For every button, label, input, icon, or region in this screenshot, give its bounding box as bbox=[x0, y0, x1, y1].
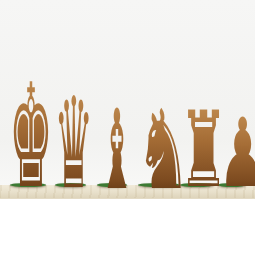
chess-set-photo: ♚ ♛ ♝ ♞ ♜ ♟ bbox=[0, 0, 255, 255]
pawn-piece: ♟ bbox=[218, 107, 255, 202]
queen-piece: ♛ bbox=[54, 81, 93, 207]
king-piece: ♚ bbox=[9, 66, 53, 209]
bishop-piece: ♝ bbox=[99, 94, 135, 204]
